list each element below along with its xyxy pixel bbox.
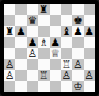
- square-e1[interactable]: [50, 81, 61, 92]
- black-rook-d8: ♜: [39, 4, 48, 14]
- black-pawn-b6: ♟: [16, 26, 25, 36]
- square-e4[interactable]: ♕: [50, 48, 61, 59]
- square-c1[interactable]: [27, 81, 38, 92]
- white-pawn-f2: ♙: [62, 70, 71, 80]
- square-b8[interactable]: [15, 4, 26, 15]
- square-e7[interactable]: [50, 15, 61, 26]
- square-c5[interactable]: ♟: [27, 37, 38, 48]
- square-f4[interactable]: [61, 48, 72, 59]
- white-queen-e4: ♕: [50, 48, 59, 58]
- square-a6[interactable]: ♜: [4, 26, 15, 37]
- square-h5[interactable]: [84, 37, 95, 48]
- square-h3[interactable]: [84, 59, 95, 70]
- white-pawn-g3: ♙: [73, 59, 82, 69]
- white-pawn-a3: ♙: [5, 59, 14, 69]
- square-g5[interactable]: [72, 37, 83, 48]
- square-g7[interactable]: ♚: [72, 15, 83, 26]
- square-c3[interactable]: [27, 59, 38, 70]
- square-g6[interactable]: ♟: [72, 26, 83, 37]
- square-d4[interactable]: [38, 48, 49, 59]
- white-rook-f3: ♖: [62, 59, 71, 69]
- white-pawn-a2: ♙: [5, 70, 14, 80]
- chess-board-frame: ♜♛♚♜♟♝♟♟♟♗♟♙♕♙♖♙♙♖♙♙♔: [0, 0, 99, 96]
- white-pawn-h2: ♙: [85, 70, 94, 80]
- square-g3[interactable]: ♙: [72, 59, 83, 70]
- square-g2[interactable]: [72, 70, 83, 81]
- square-c4[interactable]: ♙: [27, 48, 38, 59]
- square-g1[interactable]: ♔: [72, 81, 83, 92]
- square-a4[interactable]: [4, 48, 15, 59]
- white-king-g1: ♔: [73, 81, 82, 91]
- square-b7[interactable]: [15, 15, 26, 26]
- white-rook-d2: ♖: [39, 70, 48, 80]
- square-d6[interactable]: [38, 26, 49, 37]
- square-c7[interactable]: ♛: [27, 15, 38, 26]
- black-queen-c7: ♛: [28, 15, 37, 25]
- square-h4[interactable]: [84, 48, 95, 59]
- square-f5[interactable]: [61, 37, 72, 48]
- square-f2[interactable]: ♙: [61, 70, 72, 81]
- square-b6[interactable]: ♟: [15, 26, 26, 37]
- square-a8[interactable]: [4, 4, 15, 15]
- black-pawn-c5: ♟: [28, 37, 37, 47]
- square-e3[interactable]: [50, 59, 61, 70]
- square-b2[interactable]: [15, 70, 26, 81]
- square-g4[interactable]: [72, 48, 83, 59]
- square-b4[interactable]: [15, 48, 26, 59]
- square-d5[interactable]: ♗: [38, 37, 49, 48]
- square-e2[interactable]: [50, 70, 61, 81]
- black-pawn-g6: ♟: [73, 26, 82, 36]
- square-a1[interactable]: [4, 81, 15, 92]
- square-a5[interactable]: [4, 37, 15, 48]
- square-a7[interactable]: [4, 15, 15, 26]
- square-c8[interactable]: [27, 4, 38, 15]
- square-g8[interactable]: [72, 4, 83, 15]
- square-c2[interactable]: [27, 70, 38, 81]
- square-h2[interactable]: ♙: [84, 70, 95, 81]
- square-f6[interactable]: ♝: [61, 26, 72, 37]
- square-e6[interactable]: [50, 26, 61, 37]
- square-b1[interactable]: [15, 81, 26, 92]
- black-bishop-f6: ♝: [62, 26, 71, 36]
- square-f8[interactable]: [61, 4, 72, 15]
- black-pawn-e5: ♟: [50, 37, 59, 47]
- square-c6[interactable]: [27, 26, 38, 37]
- square-b5[interactable]: [15, 37, 26, 48]
- square-e5[interactable]: ♟: [50, 37, 61, 48]
- square-h1[interactable]: [84, 81, 95, 92]
- square-f1[interactable]: [61, 81, 72, 92]
- black-rook-a6: ♜: [5, 26, 14, 36]
- white-pawn-c4: ♙: [28, 48, 37, 58]
- square-h6[interactable]: ♟: [84, 26, 95, 37]
- square-h7[interactable]: [84, 15, 95, 26]
- square-d1[interactable]: [38, 81, 49, 92]
- square-f3[interactable]: ♖: [61, 59, 72, 70]
- chess-board: ♜♛♚♜♟♝♟♟♟♗♟♙♕♙♖♙♙♖♙♙♔: [4, 4, 95, 92]
- square-a2[interactable]: ♙: [4, 70, 15, 81]
- square-e8[interactable]: [50, 4, 61, 15]
- black-pawn-h6: ♟: [85, 26, 94, 36]
- black-king-g7: ♚: [73, 15, 82, 25]
- square-a3[interactable]: ♙: [4, 59, 15, 70]
- square-d7[interactable]: [38, 15, 49, 26]
- square-b3[interactable]: [15, 59, 26, 70]
- square-d8[interactable]: ♜: [38, 4, 49, 15]
- white-bishop-d5: ♗: [39, 37, 48, 47]
- square-d3[interactable]: [38, 59, 49, 70]
- square-d2[interactable]: ♖: [38, 70, 49, 81]
- square-f7[interactable]: [61, 15, 72, 26]
- square-h8[interactable]: [84, 4, 95, 15]
